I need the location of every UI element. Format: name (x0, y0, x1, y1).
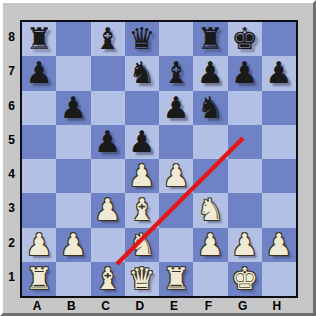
piece-white-queen[interactable]: ♛ (128, 264, 155, 294)
square-b3[interactable] (56, 193, 90, 227)
piece-white-rook[interactable]: ♜ (163, 264, 190, 294)
square-e4[interactable]: ♟ (159, 159, 193, 193)
chess-board[interactable]: ♜♝♛♜♚♟♞♝♟♟♟♟♟♞♟♟♟♟♟♝♞♟♟♞♟♟♟♜♝♛♜♚ (20, 20, 298, 298)
square-f8[interactable]: ♜ (193, 22, 227, 56)
square-e8[interactable] (159, 22, 193, 56)
square-a2[interactable]: ♟ (22, 228, 56, 262)
piece-white-pawn[interactable]: ♟ (163, 161, 190, 191)
square-d2[interactable]: ♞ (125, 228, 159, 262)
square-d6[interactable] (125, 91, 159, 125)
rank-label-4: 4 (3, 157, 20, 191)
square-b7[interactable] (56, 56, 90, 90)
piece-white-knight[interactable]: ♞ (128, 230, 155, 260)
rank-label-8: 8 (3, 20, 20, 54)
file-label-H: H (260, 296, 294, 316)
square-f1[interactable] (193, 262, 227, 296)
square-c1[interactable]: ♝ (91, 262, 125, 296)
square-b2[interactable]: ♟ (56, 228, 90, 262)
piece-black-queen[interactable]: ♛ (128, 24, 155, 54)
square-h1[interactable] (262, 262, 296, 296)
square-f4[interactable] (193, 159, 227, 193)
square-g7[interactable]: ♟ (228, 56, 262, 90)
square-g4[interactable] (228, 159, 262, 193)
rank-label-1: 1 (3, 260, 20, 294)
rank-label-3: 3 (3, 191, 20, 225)
square-e7[interactable]: ♝ (159, 56, 193, 90)
square-b8[interactable] (56, 22, 90, 56)
square-a5[interactable] (22, 125, 56, 159)
square-h4[interactable] (262, 159, 296, 193)
square-f3[interactable]: ♞ (193, 193, 227, 227)
square-f5[interactable] (193, 125, 227, 159)
piece-black-knight[interactable]: ♞ (128, 58, 155, 88)
square-h3[interactable] (262, 193, 296, 227)
piece-white-bishop[interactable]: ♝ (128, 195, 155, 225)
square-b4[interactable] (56, 159, 90, 193)
square-a7[interactable]: ♟ (22, 56, 56, 90)
file-label-A: A (20, 296, 54, 316)
square-e5[interactable] (159, 125, 193, 159)
square-d5[interactable]: ♟ (125, 125, 159, 159)
square-b1[interactable] (56, 262, 90, 296)
square-g8[interactable]: ♚ (228, 22, 262, 56)
file-label-B: B (54, 296, 88, 316)
piece-black-pawn[interactable]: ♟ (128, 127, 155, 157)
square-g1[interactable]: ♚ (228, 262, 262, 296)
file-label-E: E (157, 296, 191, 316)
piece-black-knight[interactable]: ♞ (197, 93, 224, 123)
square-c8[interactable]: ♝ (91, 22, 125, 56)
square-e2[interactable] (159, 228, 193, 262)
rank-label-7: 7 (3, 54, 20, 88)
square-h7[interactable]: ♟ (262, 56, 296, 90)
piece-white-rook[interactable]: ♜ (26, 264, 53, 294)
piece-white-pawn[interactable]: ♟ (94, 195, 121, 225)
piece-black-king[interactable]: ♚ (231, 24, 258, 54)
square-b6[interactable]: ♟ (56, 91, 90, 125)
square-a6[interactable] (22, 91, 56, 125)
square-h8[interactable] (262, 22, 296, 56)
square-g2[interactable]: ♟ (228, 228, 262, 262)
piece-black-bishop[interactable]: ♝ (163, 58, 190, 88)
file-label-D: D (123, 296, 157, 316)
square-e3[interactable] (159, 193, 193, 227)
square-g3[interactable] (228, 193, 262, 227)
rank-label-5: 5 (3, 123, 20, 157)
piece-black-rook[interactable]: ♜ (197, 24, 224, 54)
rank-label-2: 2 (3, 226, 20, 260)
piece-black-pawn[interactable]: ♟ (26, 58, 53, 88)
square-h5[interactable] (262, 125, 296, 159)
piece-white-pawn[interactable]: ♟ (26, 230, 53, 260)
square-h2[interactable]: ♟ (262, 228, 296, 262)
square-f6[interactable]: ♞ (193, 91, 227, 125)
piece-white-king[interactable]: ♚ (231, 264, 258, 294)
rank-label-6: 6 (3, 89, 20, 123)
square-h6[interactable] (262, 91, 296, 125)
square-d1[interactable]: ♛ (125, 262, 159, 296)
piece-white-pawn[interactable]: ♟ (265, 230, 292, 260)
piece-white-pawn[interactable]: ♟ (197, 230, 224, 260)
file-label-G: G (226, 296, 260, 316)
square-c6[interactable] (91, 91, 125, 125)
piece-white-knight[interactable]: ♞ (197, 195, 224, 225)
square-d8[interactable]: ♛ (125, 22, 159, 56)
square-d4[interactable]: ♟ (125, 159, 159, 193)
piece-white-pawn[interactable]: ♟ (231, 230, 258, 260)
file-label-C: C (89, 296, 123, 316)
chess-diagram-window: 87654321 ♜♝♛♜♚♟♞♝♟♟♟♟♟♞♟♟♟♟♟♝♞♟♟♞♟♟♟♜♝♛♜… (0, 0, 316, 316)
square-g5[interactable] (228, 125, 262, 159)
file-label-F: F (191, 296, 225, 316)
square-d3[interactable]: ♝ (125, 193, 159, 227)
piece-white-pawn[interactable]: ♟ (60, 230, 87, 260)
square-c2[interactable] (91, 228, 125, 262)
rank-labels: 87654321 (3, 20, 20, 294)
square-e1[interactable]: ♜ (159, 262, 193, 296)
piece-black-pawn[interactable]: ♟ (265, 58, 292, 88)
square-c5[interactable]: ♟ (91, 125, 125, 159)
square-c7[interactable] (91, 56, 125, 90)
piece-black-pawn[interactable]: ♟ (197, 58, 224, 88)
piece-black-pawn[interactable]: ♟ (60, 93, 87, 123)
square-a1[interactable]: ♜ (22, 262, 56, 296)
square-d7[interactable]: ♞ (125, 56, 159, 90)
square-a8[interactable]: ♜ (22, 22, 56, 56)
piece-black-pawn[interactable]: ♟ (94, 127, 121, 157)
square-b5[interactable] (56, 125, 90, 159)
square-a3[interactable] (22, 193, 56, 227)
piece-black-rook[interactable]: ♜ (26, 24, 53, 54)
square-c3[interactable]: ♟ (91, 193, 125, 227)
square-g6[interactable] (228, 91, 262, 125)
piece-black-bishop[interactable]: ♝ (94, 24, 121, 54)
file-labels: ABCDEFGH (20, 296, 294, 316)
square-a4[interactable] (22, 159, 56, 193)
square-f7[interactable]: ♟ (193, 56, 227, 90)
square-e6[interactable]: ♟ (159, 91, 193, 125)
square-f2[interactable]: ♟ (193, 228, 227, 262)
piece-white-bishop[interactable]: ♝ (94, 264, 121, 294)
piece-white-pawn[interactable]: ♟ (128, 161, 155, 191)
piece-black-pawn[interactable]: ♟ (163, 93, 190, 123)
square-c4[interactable] (91, 159, 125, 193)
piece-black-pawn[interactable]: ♟ (231, 58, 258, 88)
